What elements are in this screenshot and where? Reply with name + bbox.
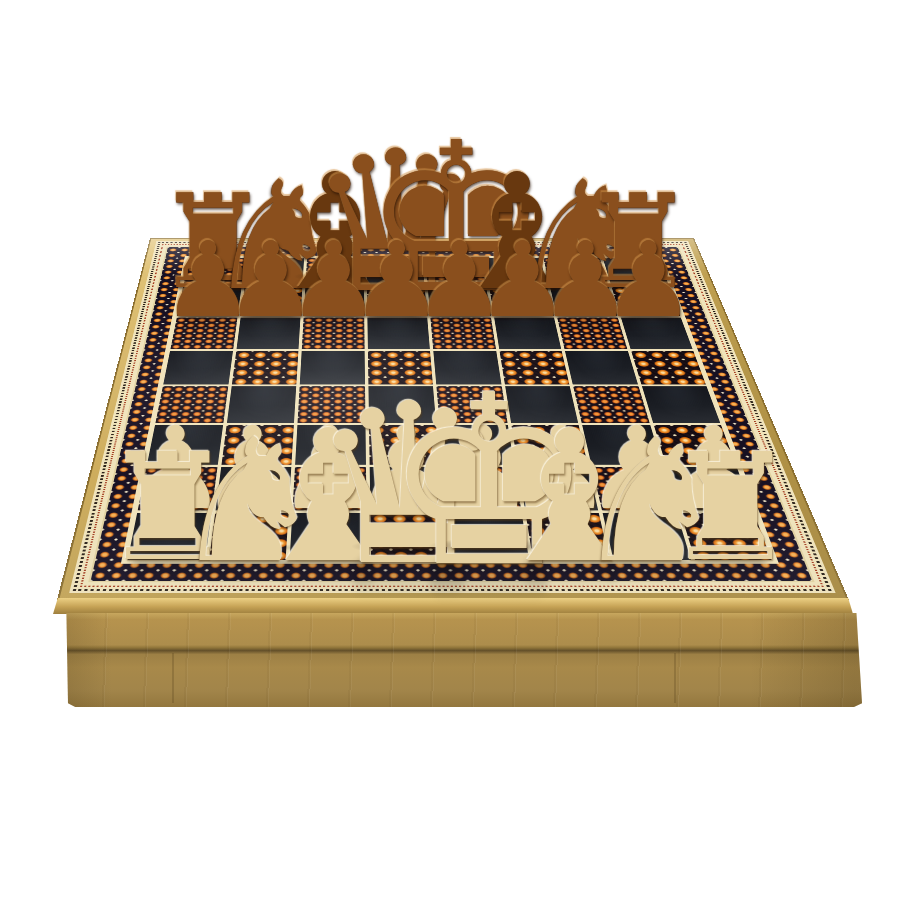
chess-box-front bbox=[64, 613, 862, 707]
square-a5[interactable] bbox=[163, 351, 232, 385]
pieces-layer: ♜♞♝♛♚♝♞♜♟♟♟♟♟♟♟♟♟♟♟♟♟♟♟♟♜♞♝♛♚♝♞♜ bbox=[0, 0, 900, 900]
box-panel-line bbox=[172, 653, 174, 703]
chess-product-photo: ♜♞♝♛♚♝♞♜♟♟♟♟♟♟♟♟♟♟♟♟♟♟♟♟♜♞♝♛♚♝♞♜ bbox=[0, 0, 900, 900]
black-pawn-icon: ♟ bbox=[602, 228, 695, 332]
square-b5[interactable] bbox=[231, 351, 298, 385]
square-h5[interactable] bbox=[631, 351, 706, 385]
white-rook-h1[interactable]: ♜ bbox=[664, 434, 797, 582]
box-panel-line bbox=[674, 653, 676, 703]
white-rook-icon: ♜ bbox=[664, 434, 797, 582]
black-pawn-h7[interactable]: ♟ bbox=[602, 228, 695, 332]
